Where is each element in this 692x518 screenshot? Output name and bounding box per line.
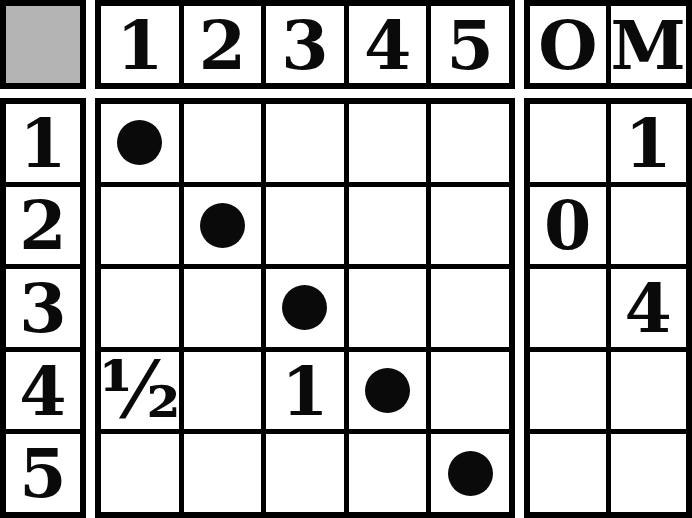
diagonal-dot: [365, 368, 410, 413]
cell-r5-O[interactable]: [530, 434, 606, 512]
diagonal-dot: [282, 285, 327, 330]
cell-r3-c2[interactable]: [184, 269, 262, 347]
row-header-2: 2: [6, 187, 80, 265]
col-header-1: 1: [101, 6, 179, 83]
cell-r3-c1[interactable]: [101, 269, 179, 347]
row-header-3: 3: [6, 269, 80, 347]
cell-r1-O[interactable]: [530, 104, 606, 182]
cell-r3-O[interactable]: [530, 269, 606, 347]
col-header-5: 5: [431, 6, 509, 83]
column-headers: 12345: [95, 0, 515, 89]
cell-r4-O[interactable]: [530, 352, 606, 430]
diagonal-dot: [200, 203, 245, 248]
om-column-headers: OM: [524, 0, 692, 89]
cell-r4-c4[interactable]: [349, 352, 427, 430]
cell-r2-c3[interactable]: [266, 187, 344, 265]
cell-r2-c4[interactable]: [349, 187, 427, 265]
cell-r4-M[interactable]: [611, 352, 687, 430]
col-header-O: O: [530, 6, 606, 83]
row-header-1: 1: [6, 104, 80, 182]
results-grid: ½1: [95, 98, 515, 518]
row-header-4: 4: [6, 352, 80, 430]
cell-r1-c3[interactable]: [266, 104, 344, 182]
cell-r1-c1[interactable]: [101, 104, 179, 182]
cell-r1-c4[interactable]: [349, 104, 427, 182]
cell-r5-c2[interactable]: [184, 434, 262, 512]
cell-r2-c5[interactable]: [431, 187, 509, 265]
diagonal-dot: [448, 451, 493, 496]
col-header-M: M: [611, 6, 687, 83]
row-header-5: 5: [6, 434, 80, 512]
cell-r5-c1[interactable]: [101, 434, 179, 512]
cell-r3-c3[interactable]: [266, 269, 344, 347]
om-summary-grid: 104: [524, 98, 692, 518]
cell-r3-M[interactable]: 4: [611, 269, 687, 347]
diagonal-dot: [117, 120, 162, 165]
cell-r3-c4[interactable]: [349, 269, 427, 347]
col-header-4: 4: [349, 6, 427, 83]
cell-r2-M[interactable]: [611, 187, 687, 265]
col-header-2: 2: [184, 6, 262, 83]
cell-r1-c2[interactable]: [184, 104, 262, 182]
cell-r5-c3[interactable]: [266, 434, 344, 512]
cell-r2-c2[interactable]: [184, 187, 262, 265]
cell-r5-M[interactable]: [611, 434, 687, 512]
cell-r4-c1[interactable]: ½: [101, 352, 179, 430]
cell-r4-c3[interactable]: 1: [266, 352, 344, 430]
cell-r1-c5[interactable]: [431, 104, 509, 182]
cell-r1-M[interactable]: 1: [611, 104, 687, 182]
corner-cell: [0, 0, 86, 89]
cell-r4-c2[interactable]: [184, 352, 262, 430]
crosstable-board: 12345 OM 12345 ½1 104: [0, 0, 692, 518]
cell-r2-c1[interactable]: [101, 187, 179, 265]
cell-r5-c4[interactable]: [349, 434, 427, 512]
cell-r3-c5[interactable]: [431, 269, 509, 347]
col-header-3: 3: [266, 6, 344, 83]
cell-r2-O[interactable]: 0: [530, 187, 606, 265]
cell-r4-c5[interactable]: [431, 352, 509, 430]
row-headers: 12345: [0, 98, 86, 518]
cell-r5-c5[interactable]: [431, 434, 509, 512]
